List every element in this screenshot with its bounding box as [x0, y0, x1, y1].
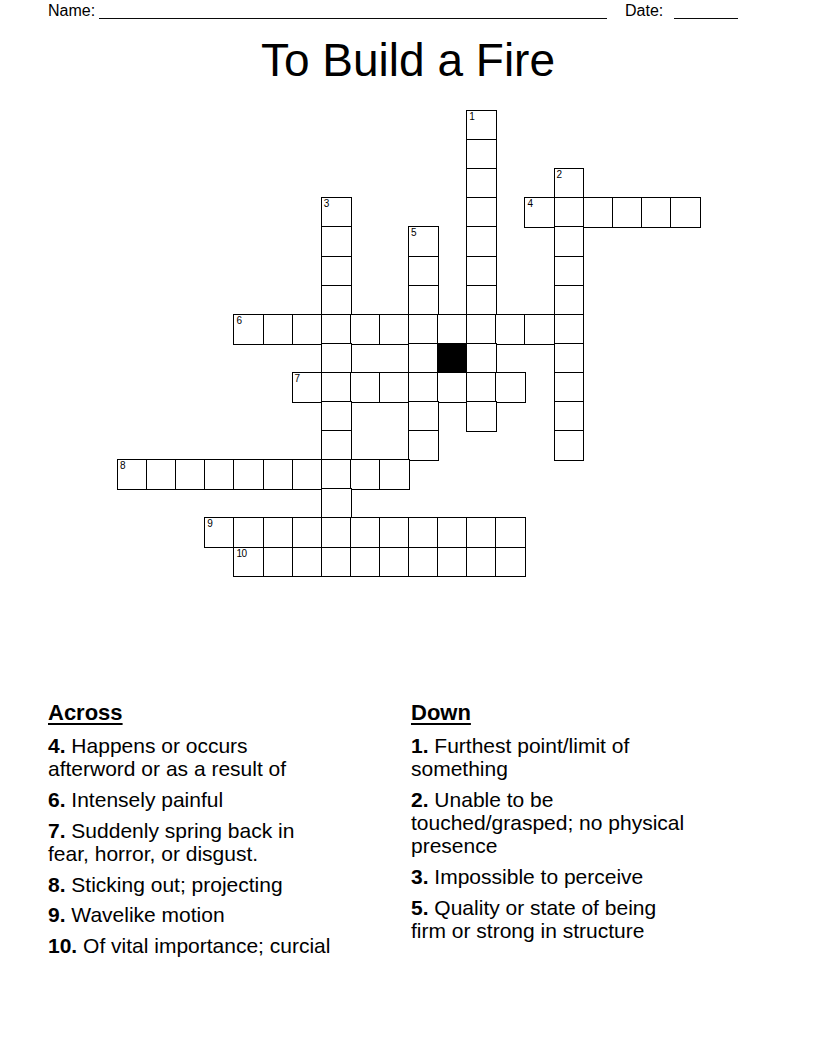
grid-cell[interactable] [466, 314, 497, 345]
clue-text: Impossible to perceive [434, 865, 643, 888]
grid-cell[interactable] [408, 285, 439, 316]
clue-number: 1. [411, 734, 429, 757]
grid-cell[interactable]: 2 [554, 168, 585, 199]
grid-cell[interactable] [495, 372, 526, 403]
clue-text: Unable to be touched/grasped; no physica… [411, 788, 684, 857]
grid-cell[interactable]: 8 [117, 459, 148, 490]
clue-text: Quality or state of being firm or strong… [411, 896, 656, 942]
grid-cell[interactable] [466, 197, 497, 228]
clue-number: 8. [48, 873, 66, 896]
grid-cell[interactable] [263, 459, 294, 490]
grid-cell[interactable] [408, 517, 439, 548]
clue-number: 2. [411, 788, 429, 811]
clue-text: Suddenly spring back in fear, horror, or… [48, 819, 294, 865]
down-clue-list: 1. Furthest point/limit of something2. U… [411, 734, 759, 942]
grid-cell[interactable] [466, 285, 497, 316]
grid-cell[interactable] [292, 547, 323, 578]
clue-across-6: 6. Intensely painful [48, 788, 406, 811]
grid-cell[interactable] [321, 547, 352, 578]
grid-cell[interactable] [379, 547, 410, 578]
down-heading: Down [411, 701, 759, 725]
grid-cell[interactable] [554, 226, 585, 257]
clue-down-3: 3. Impossible to perceive [411, 865, 759, 888]
grid-cell[interactable] [233, 459, 264, 490]
grid-cell[interactable] [466, 256, 497, 287]
grid-cell[interactable] [554, 401, 585, 432]
grid-cell[interactable] [612, 197, 643, 228]
grid-cell[interactable] [175, 459, 206, 490]
grid-cell[interactable] [321, 256, 352, 287]
across-clue-list: 4. Happens or occurs afterword or as a r… [48, 734, 406, 957]
name-underline [99, 18, 607, 19]
grid-cell[interactable] [204, 459, 235, 490]
grid-cell[interactable] [495, 547, 526, 578]
grid-cell[interactable] [379, 517, 410, 548]
cell-number: 6 [236, 315, 241, 327]
clue-number: 7. [48, 819, 66, 842]
grid-cell[interactable] [321, 372, 352, 403]
grid-cell[interactable] [408, 401, 439, 432]
grid-cell[interactable]: 4 [524, 197, 555, 228]
cell-number: 5 [411, 227, 416, 239]
grid-cell[interactable] [321, 517, 352, 548]
grid-cell[interactable] [292, 314, 323, 345]
crossword-grid: 12345678910 [117, 110, 702, 579]
clue-across-7: 7. Suddenly spring back in fear, horror,… [48, 819, 406, 865]
grid-cell[interactable] [379, 459, 410, 490]
grid-cell[interactable] [408, 343, 439, 374]
grid-cell[interactable] [466, 226, 497, 257]
grid-cell[interactable] [554, 372, 585, 403]
grid-cell[interactable]: 5 [408, 226, 439, 257]
clue-down-1: 1. Furthest point/limit of something [411, 734, 759, 780]
grid-cell[interactable] [350, 314, 381, 345]
grid-cell[interactable] [583, 197, 614, 228]
grid-cell[interactable] [263, 547, 294, 578]
grid-cell[interactable] [321, 459, 352, 490]
down-clues-section: Down 1. Furthest point/limit of somethin… [411, 701, 759, 950]
clue-down-5: 5. Quality or state of being firm or str… [411, 896, 759, 942]
cell-number: 4 [527, 198, 532, 210]
grid-cell[interactable] [466, 139, 497, 170]
grid-cell[interactable] [321, 488, 352, 519]
grid-cell[interactable] [466, 401, 497, 432]
grid-cell[interactable]: 3 [321, 197, 352, 228]
cell-number: 1 [469, 111, 474, 123]
cell-number: 10 [236, 548, 246, 560]
grid-cell[interactable] [321, 314, 352, 345]
grid-cell[interactable]: 7 [292, 372, 323, 403]
grid-cell[interactable] [437, 372, 468, 403]
grid-cell[interactable] [495, 314, 526, 345]
clue-number: 3. [411, 865, 429, 888]
grid-cell[interactable] [263, 314, 294, 345]
grid-cell[interactable] [437, 314, 468, 345]
clue-across-4: 4. Happens or occurs afterword or as a r… [48, 734, 406, 780]
grid-cell[interactable] [466, 547, 497, 578]
grid-cell[interactable] [466, 517, 497, 548]
grid-cell[interactable] [554, 197, 585, 228]
across-clues-section: Across 4. Happens or occurs afterword or… [48, 701, 406, 965]
clue-text: Happens or occurs afterword or as a resu… [48, 734, 286, 780]
clue-text: Intensely painful [71, 788, 223, 811]
grid-cell[interactable] [379, 372, 410, 403]
grid-cell[interactable]: 1 [466, 110, 497, 141]
cell-number: 8 [120, 460, 125, 472]
clue-down-2: 2. Unable to be touched/grasped; no phys… [411, 788, 759, 858]
grid-cell[interactable] [263, 517, 294, 548]
grid-cell[interactable] [292, 517, 323, 548]
grid-cell[interactable] [321, 430, 352, 461]
grid-cell[interactable] [408, 314, 439, 345]
clue-number: 4. [48, 734, 66, 757]
grid-cell[interactable] [554, 256, 585, 287]
grid-cell[interactable] [466, 168, 497, 199]
grid-cell[interactable] [554, 314, 585, 345]
grid-cell[interactable] [641, 197, 672, 228]
grid-cell[interactable] [466, 343, 497, 374]
grid-cell[interactable] [408, 372, 439, 403]
grid-cell[interactable] [321, 343, 352, 374]
cell-number: 7 [295, 373, 300, 385]
clue-across-10: 10. Of vital importance; curcial [48, 934, 406, 957]
grid-cell[interactable] [350, 372, 381, 403]
grid-cell[interactable] [321, 226, 352, 257]
cell-number: 2 [557, 169, 562, 181]
clue-across-9: 9. Wavelike motion [48, 903, 406, 926]
black-cell [437, 343, 468, 374]
cell-number: 3 [324, 198, 329, 210]
grid-cell[interactable] [350, 547, 381, 578]
grid-cell[interactable] [437, 517, 468, 548]
clue-number: 5. [411, 896, 429, 919]
clue-number: 6. [48, 788, 66, 811]
grid-cell[interactable] [408, 256, 439, 287]
clue-number: 9. [48, 903, 66, 926]
grid-cell[interactable]: 9 [204, 517, 235, 548]
clue-text: Wavelike motion [71, 903, 224, 926]
grid-cell[interactable] [350, 459, 381, 490]
clue-text: Sticking out; projecting [71, 873, 282, 896]
grid-cell[interactable] [292, 459, 323, 490]
grid-cell[interactable] [146, 459, 177, 490]
clue-across-8: 8. Sticking out; projecting [48, 873, 406, 896]
grid-cell[interactable] [554, 343, 585, 374]
grid-cell[interactable] [408, 430, 439, 461]
date-label: Date: [625, 2, 663, 20]
across-heading: Across [48, 701, 406, 725]
clue-number: 10. [48, 934, 77, 957]
grid-cell[interactable] [408, 547, 439, 578]
grid-cell[interactable] [350, 517, 381, 548]
grid-cell[interactable]: 6 [233, 314, 264, 345]
grid-cell[interactable] [321, 401, 352, 432]
cell-number: 9 [207, 518, 212, 530]
grid-cell[interactable] [466, 372, 497, 403]
name-label: Name: [48, 2, 95, 20]
clue-text: Furthest point/limit of something [411, 734, 629, 780]
grid-cell[interactable] [554, 430, 585, 461]
clue-text: Of vital importance; curcial [83, 934, 330, 957]
grid-cell[interactable] [524, 314, 555, 345]
grid-cell[interactable] [670, 197, 701, 228]
grid-cell[interactable] [379, 314, 410, 345]
grid-cell[interactable] [495, 517, 526, 548]
grid-cell[interactable] [437, 547, 468, 578]
grid-cell[interactable] [233, 517, 264, 548]
grid-cell[interactable] [554, 285, 585, 316]
grid-cell[interactable] [321, 285, 352, 316]
grid-cell[interactable]: 10 [233, 547, 264, 578]
date-underline [674, 18, 738, 19]
page-title: To Build a Fire [0, 33, 816, 87]
